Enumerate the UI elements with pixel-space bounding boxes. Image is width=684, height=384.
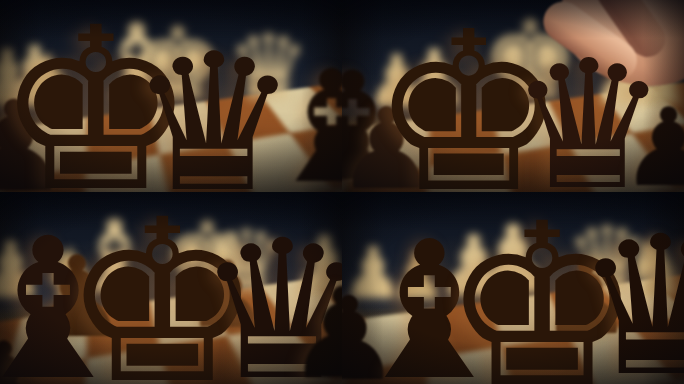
video-frame-top-left: ♟♟♞♝♚♛♟♚♛♝ xyxy=(0,0,342,192)
video-frame-bottom-left: ♟♞♝♚♛♟♟♟♟♝♚♛♟ xyxy=(0,192,342,384)
video-frame-top-right: ♟♟♚♟♞♝♟♚♛♟ xyxy=(342,0,684,192)
piece-layer: ♟♟♚♟♞♝♟♚♛♟ xyxy=(342,0,684,192)
black-bishop-glyph: ♝ xyxy=(262,50,342,192)
black-pawn-glyph: ♟ xyxy=(620,94,684,192)
piece-layer: ♟♟♞♝♚♛♟♚♛♝ xyxy=(0,0,342,192)
piece-layer: ♟♟♟♟♛♞♟♟♝♚♛ xyxy=(342,192,684,384)
piece-layer: ♟♞♝♚♛♟♟♟♟♝♚♛♟ xyxy=(0,192,342,384)
black-queen-glyph: ♛ xyxy=(574,211,684,384)
video-frame-bottom-right: ♟♟♟♟♛♞♟♟♝♚♛ xyxy=(342,192,684,384)
chess-video-frame-montage: ♟♟♞♝♚♛♟♚♛♝ ♟♟♚♟♞♝♟♚♛♟ ♟♞♝♚♛♟♟♟♟♝♚♛♟ ♟♟♟♟… xyxy=(0,0,684,384)
black-pawn-glyph: ♟ xyxy=(286,271,342,384)
